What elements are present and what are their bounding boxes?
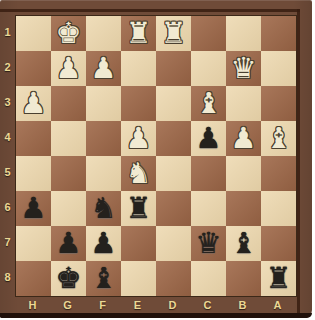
square-c1 xyxy=(191,16,226,51)
white-Q-piece-b2: ♛ xyxy=(226,51,261,86)
square-g4 xyxy=(51,121,86,156)
square-f5 xyxy=(86,156,121,191)
square-g7: ♟ xyxy=(51,226,86,261)
black-P-piece-c4: ♟ xyxy=(191,121,226,156)
white-P-piece-h3: ♟ xyxy=(16,86,51,121)
square-c5 xyxy=(191,156,226,191)
black-N-piece-f6: ♞ xyxy=(86,191,121,226)
page: 12345678 HGFEDCBA ♚♜♜♟♟♛♟♝♟♟♟♝♞♟♞♜♟♟♛♝♚♝… xyxy=(0,0,315,320)
square-b1 xyxy=(226,16,261,51)
black-B-piece-f8: ♝ xyxy=(86,261,121,296)
square-h8 xyxy=(16,261,51,296)
white-P-piece-g2: ♟ xyxy=(51,51,86,86)
square-d3 xyxy=(156,86,191,121)
square-a4: ♝ xyxy=(261,121,296,156)
square-e1: ♜ xyxy=(121,16,156,51)
square-c6 xyxy=(191,191,226,226)
square-h1 xyxy=(16,16,51,51)
square-d6 xyxy=(156,191,191,226)
square-f7: ♟ xyxy=(86,226,121,261)
square-h3: ♟ xyxy=(16,86,51,121)
rank-label-2: 2 xyxy=(0,50,15,85)
square-f4 xyxy=(86,121,121,156)
square-e2 xyxy=(121,51,156,86)
square-a2 xyxy=(261,51,296,86)
square-f3 xyxy=(86,86,121,121)
square-h2 xyxy=(16,51,51,86)
square-h5 xyxy=(16,156,51,191)
square-h4 xyxy=(16,121,51,156)
file-label-G: G xyxy=(50,298,85,313)
square-c8 xyxy=(191,261,226,296)
square-f6: ♞ xyxy=(86,191,121,226)
square-g6 xyxy=(51,191,86,226)
rank-label-3: 3 xyxy=(0,85,15,120)
square-d4 xyxy=(156,121,191,156)
square-b7: ♝ xyxy=(226,226,261,261)
square-c4: ♟ xyxy=(191,121,226,156)
file-label-E: E xyxy=(120,298,155,313)
square-a6 xyxy=(261,191,296,226)
rank-label-8: 8 xyxy=(0,260,15,295)
square-f8: ♝ xyxy=(86,261,121,296)
square-b6 xyxy=(226,191,261,226)
white-K-piece-g1: ♚ xyxy=(51,16,86,51)
square-e8 xyxy=(121,261,156,296)
square-h7 xyxy=(16,226,51,261)
frame-edge-bottom xyxy=(0,313,312,318)
square-f1 xyxy=(86,16,121,51)
black-R-piece-a8: ♜ xyxy=(261,261,296,296)
black-B-piece-b7: ♝ xyxy=(226,226,261,261)
square-b3 xyxy=(226,86,261,121)
square-d7 xyxy=(156,226,191,261)
file-label-C: C xyxy=(190,298,225,313)
square-f2: ♟ xyxy=(86,51,121,86)
square-c7: ♛ xyxy=(191,226,226,261)
black-P-piece-g7: ♟ xyxy=(51,226,86,261)
black-K-piece-g8: ♚ xyxy=(51,261,86,296)
square-d1: ♜ xyxy=(156,16,191,51)
square-e3 xyxy=(121,86,156,121)
square-b4: ♟ xyxy=(226,121,261,156)
file-label-F: F xyxy=(85,298,120,313)
rank-label-7: 7 xyxy=(0,225,15,260)
white-N-piece-e5: ♞ xyxy=(121,156,156,191)
square-g8: ♚ xyxy=(51,261,86,296)
square-d2 xyxy=(156,51,191,86)
square-a1 xyxy=(261,16,296,51)
file-label-H: H xyxy=(15,298,50,313)
square-c2 xyxy=(191,51,226,86)
rank-label-5: 5 xyxy=(0,155,15,190)
square-a7 xyxy=(261,226,296,261)
black-P-piece-f7: ♟ xyxy=(86,226,121,261)
square-g2: ♟ xyxy=(51,51,86,86)
square-a5 xyxy=(261,156,296,191)
square-h6: ♟ xyxy=(16,191,51,226)
square-g5 xyxy=(51,156,86,191)
square-b5 xyxy=(226,156,261,191)
file-label-A: A xyxy=(260,298,295,313)
square-g1: ♚ xyxy=(51,16,86,51)
square-b8 xyxy=(226,261,261,296)
white-B-piece-a4: ♝ xyxy=(261,121,296,156)
square-a3 xyxy=(261,86,296,121)
square-c3: ♝ xyxy=(191,86,226,121)
white-P-piece-e4: ♟ xyxy=(121,121,156,156)
rank-label-1: 1 xyxy=(0,15,15,50)
black-P-piece-h6: ♟ xyxy=(16,191,51,226)
rank-label-4: 4 xyxy=(0,120,15,155)
rank-label-6: 6 xyxy=(0,190,15,225)
white-P-piece-f2: ♟ xyxy=(86,51,121,86)
square-e6: ♜ xyxy=(121,191,156,226)
file-label-D: D xyxy=(155,298,190,313)
square-g3 xyxy=(51,86,86,121)
square-d5 xyxy=(156,156,191,191)
square-e5: ♞ xyxy=(121,156,156,191)
square-e7 xyxy=(121,226,156,261)
square-d8 xyxy=(156,261,191,296)
file-label-B: B xyxy=(225,298,260,313)
chess-board-frame: 12345678 HGFEDCBA ♚♜♜♟♟♛♟♝♟♟♟♝♞♟♞♜♟♟♛♝♚♝… xyxy=(0,0,312,318)
square-e4: ♟ xyxy=(121,121,156,156)
black-Q-piece-c7: ♛ xyxy=(191,226,226,261)
white-P-piece-b4: ♟ xyxy=(226,121,261,156)
frame-groove-right xyxy=(297,9,300,314)
chess-board: ♚♜♜♟♟♛♟♝♟♟♟♝♞♟♞♜♟♟♛♝♚♝♜ xyxy=(15,15,297,297)
white-R-piece-e1: ♜ xyxy=(121,16,156,51)
frame-groove-top xyxy=(0,9,300,12)
black-R-piece-e6: ♜ xyxy=(121,191,156,226)
white-B-piece-c3: ♝ xyxy=(191,86,226,121)
square-b2: ♛ xyxy=(226,51,261,86)
white-R-piece-d1: ♜ xyxy=(156,16,191,51)
square-a8: ♜ xyxy=(261,261,296,296)
